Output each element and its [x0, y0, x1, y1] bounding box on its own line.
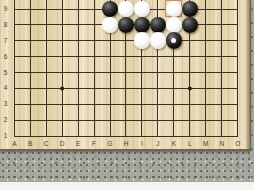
- point-H5[interactable]: [118, 65, 134, 81]
- point-A9[interactable]: [6, 1, 22, 17]
- point-C5[interactable]: [38, 65, 54, 81]
- point-J4[interactable]: [150, 80, 166, 96]
- point-H2[interactable]: [118, 112, 134, 128]
- point-K2[interactable]: [166, 112, 182, 128]
- white-stone-H9: [118, 1, 135, 18]
- point-H4[interactable]: [118, 80, 134, 96]
- white-stone-J7: [150, 32, 167, 49]
- move-dot-marker: [171, 38, 176, 43]
- point-B6[interactable]: [22, 49, 38, 65]
- point-B3[interactable]: [22, 96, 38, 112]
- point-O7[interactable]: [230, 33, 246, 49]
- point-H7[interactable]: [118, 33, 134, 49]
- point-G6[interactable]: [102, 49, 118, 65]
- point-K5[interactable]: [166, 65, 182, 81]
- app-background-strip: [0, 182, 254, 190]
- point-I4[interactable]: [134, 80, 150, 96]
- point-K1[interactable]: [166, 128, 182, 144]
- point-L8[interactable]: [182, 17, 198, 33]
- point-J3[interactable]: [150, 96, 166, 112]
- point-I2[interactable]: [134, 112, 150, 128]
- go-board: 987654321ABCDEFGHIJKLMNO: [0, 0, 251, 151]
- point-L9[interactable]: [182, 1, 198, 17]
- point-L2[interactable]: [182, 112, 198, 128]
- point-M3[interactable]: [198, 96, 214, 112]
- black-stone-L9: [182, 1, 199, 18]
- point-C2[interactable]: [38, 112, 54, 128]
- point-O8[interactable]: [230, 17, 246, 33]
- black-stone-L8: [182, 17, 199, 34]
- point-N8[interactable]: [214, 17, 230, 33]
- point-L4[interactable]: [182, 80, 198, 96]
- point-M7[interactable]: [198, 33, 214, 49]
- point-A1[interactable]: [6, 128, 22, 144]
- point-N9[interactable]: [214, 1, 230, 17]
- point-N6[interactable]: [214, 49, 230, 65]
- point-I3[interactable]: [134, 96, 150, 112]
- point-K9[interactable]: [166, 1, 182, 17]
- white-stone-I7: [134, 32, 151, 49]
- point-D8[interactable]: [54, 17, 70, 33]
- point-J7[interactable]: [150, 33, 166, 49]
- point-F5[interactable]: [86, 65, 102, 81]
- point-L3[interactable]: [182, 96, 198, 112]
- go-app-screenshot: 987654321ABCDEFGHIJKLMNO: [0, 0, 254, 190]
- point-B8[interactable]: [22, 17, 38, 33]
- point-A8[interactable]: [6, 17, 22, 33]
- black-stone-J8: [150, 17, 167, 34]
- point-O4[interactable]: [230, 80, 246, 96]
- point-F4[interactable]: [86, 80, 102, 96]
- point-E5[interactable]: [70, 65, 86, 81]
- point-L6[interactable]: [182, 49, 198, 65]
- point-G5[interactable]: [102, 65, 118, 81]
- point-M2[interactable]: [198, 112, 214, 128]
- point-L1[interactable]: [182, 128, 198, 144]
- point-O6[interactable]: [230, 49, 246, 65]
- point-E4[interactable]: [70, 80, 86, 96]
- point-M5[interactable]: [198, 65, 214, 81]
- point-C1[interactable]: [38, 128, 54, 144]
- point-C9[interactable]: [38, 1, 54, 17]
- point-K8[interactable]: [166, 17, 182, 33]
- point-A3[interactable]: [6, 96, 22, 112]
- point-J8[interactable]: [150, 17, 166, 33]
- point-F8[interactable]: [86, 17, 102, 33]
- point-N5[interactable]: [214, 65, 230, 81]
- point-B4[interactable]: [22, 80, 38, 96]
- point-N7[interactable]: [214, 33, 230, 49]
- stones-grid: [6, 1, 245, 144]
- point-D7[interactable]: [54, 33, 70, 49]
- point-E7[interactable]: [70, 33, 86, 49]
- point-D1[interactable]: [54, 128, 70, 144]
- point-E6[interactable]: [70, 49, 86, 65]
- point-A5[interactable]: [6, 65, 22, 81]
- point-D5[interactable]: [54, 65, 70, 81]
- point-E2[interactable]: [70, 112, 86, 128]
- point-G4[interactable]: [102, 80, 118, 96]
- board-right-edge: [245, 0, 251, 151]
- point-J2[interactable]: [150, 112, 166, 128]
- point-H6[interactable]: [118, 49, 134, 65]
- point-O2[interactable]: [230, 112, 246, 128]
- point-H3[interactable]: [118, 96, 134, 112]
- point-M9[interactable]: [198, 1, 214, 17]
- point-K4[interactable]: [166, 80, 182, 96]
- point-D3[interactable]: [54, 96, 70, 112]
- point-O9[interactable]: [230, 1, 246, 17]
- point-F9[interactable]: [86, 1, 102, 17]
- point-H8[interactable]: [118, 17, 134, 33]
- point-L5[interactable]: [182, 65, 198, 81]
- point-A6[interactable]: [6, 49, 22, 65]
- point-D4[interactable]: [54, 80, 70, 96]
- point-O5[interactable]: [230, 65, 246, 81]
- point-F7[interactable]: [86, 33, 102, 49]
- point-N2[interactable]: [214, 112, 230, 128]
- point-G9[interactable]: [102, 1, 118, 17]
- point-J9[interactable]: [150, 1, 166, 17]
- black-stone-H8: [118, 17, 135, 34]
- point-C6[interactable]: [38, 49, 54, 65]
- point-B5[interactable]: [22, 65, 38, 81]
- point-C8[interactable]: [38, 17, 54, 33]
- point-M1[interactable]: [198, 128, 214, 144]
- point-A2[interactable]: [6, 112, 22, 128]
- point-K6[interactable]: [166, 49, 182, 65]
- point-I1[interactable]: [134, 128, 150, 144]
- white-stone-K8: [166, 17, 183, 34]
- point-E9[interactable]: [70, 1, 86, 17]
- point-K7[interactable]: [166, 33, 182, 49]
- point-N1[interactable]: [214, 128, 230, 144]
- point-A7[interactable]: [6, 33, 22, 49]
- point-O3[interactable]: [230, 96, 246, 112]
- point-J6[interactable]: [150, 49, 166, 65]
- point-B1[interactable]: [22, 128, 38, 144]
- point-F2[interactable]: [86, 112, 102, 128]
- point-G2[interactable]: [102, 112, 118, 128]
- black-stone-G9: [102, 1, 119, 18]
- point-H9[interactable]: [118, 1, 134, 17]
- point-I9[interactable]: [134, 1, 150, 17]
- point-K3[interactable]: [166, 96, 182, 112]
- point-M4[interactable]: [198, 80, 214, 96]
- point-D2[interactable]: [54, 112, 70, 128]
- point-C4[interactable]: [38, 80, 54, 96]
- point-I6[interactable]: [134, 49, 150, 65]
- point-A4[interactable]: [6, 80, 22, 96]
- point-B9[interactable]: [22, 1, 38, 17]
- point-M8[interactable]: [198, 17, 214, 33]
- white-stone-I9: [134, 1, 151, 18]
- black-stone-K7: [166, 32, 183, 49]
- point-F3[interactable]: [86, 96, 102, 112]
- point-E1[interactable]: [70, 128, 86, 144]
- point-C7[interactable]: [38, 33, 54, 49]
- point-F6[interactable]: [86, 49, 102, 65]
- point-J5[interactable]: [150, 65, 166, 81]
- black-stone-I8: [134, 17, 151, 34]
- point-G8[interactable]: [102, 17, 118, 33]
- point-C3[interactable]: [38, 96, 54, 112]
- point-B7[interactable]: [22, 33, 38, 49]
- point-I7[interactable]: [134, 33, 150, 49]
- point-I5[interactable]: [134, 65, 150, 81]
- point-F1[interactable]: [86, 128, 102, 144]
- point-I8[interactable]: [134, 17, 150, 33]
- white-stone-G8: [102, 17, 119, 34]
- point-H1[interactable]: [118, 128, 134, 144]
- point-G3[interactable]: [102, 96, 118, 112]
- point-D6[interactable]: [54, 49, 70, 65]
- point-J1[interactable]: [150, 128, 166, 144]
- point-D9[interactable]: [54, 1, 70, 17]
- point-E3[interactable]: [70, 96, 86, 112]
- point-G7[interactable]: [102, 33, 118, 49]
- point-M6[interactable]: [198, 49, 214, 65]
- point-N4[interactable]: [214, 80, 230, 96]
- point-L7[interactable]: [182, 33, 198, 49]
- point-N3[interactable]: [214, 96, 230, 112]
- point-E8[interactable]: [70, 17, 86, 33]
- point-G1[interactable]: [102, 128, 118, 144]
- point-B2[interactable]: [22, 112, 38, 128]
- point-O1[interactable]: [230, 128, 246, 144]
